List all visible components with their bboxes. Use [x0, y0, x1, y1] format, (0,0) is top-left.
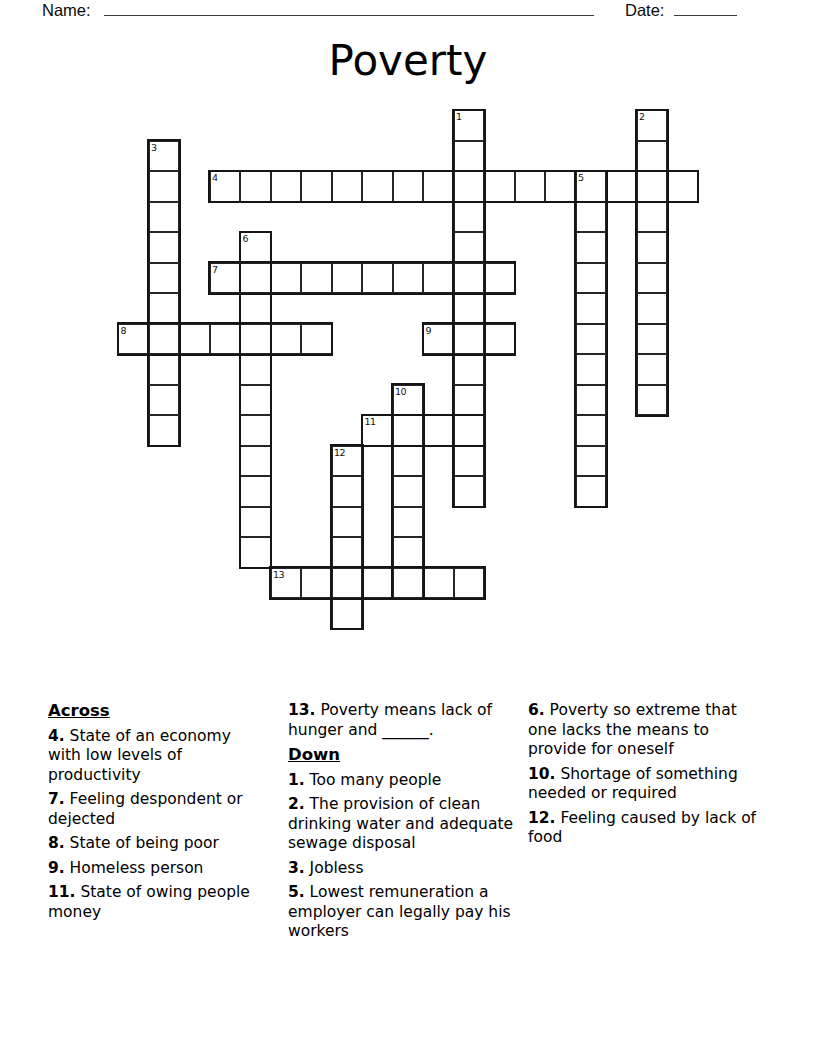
grid-cell[interactable] [240, 324, 271, 355]
grid-cell[interactable] [332, 171, 363, 202]
grid-cell[interactable] [393, 263, 424, 294]
grid-cell[interactable] [271, 324, 302, 355]
grid-cell[interactable] [576, 324, 607, 355]
grid-cell[interactable] [240, 293, 271, 324]
clue-7: 7. Feeling despondent or dejected [48, 790, 266, 829]
grid-cell[interactable] [576, 354, 607, 385]
grid-cell[interactable] [332, 568, 363, 599]
clue-number: 13. [288, 701, 315, 719]
cell-clue-number: 4 [212, 172, 218, 183]
clue-number: 5. [288, 883, 305, 901]
name-input-line[interactable] [104, 0, 594, 16]
grid-cell[interactable] [240, 385, 271, 416]
grid-cell[interactable] [149, 415, 180, 446]
grid-cell[interactable] [576, 263, 607, 294]
grid-cell[interactable]: 10 [393, 385, 424, 416]
clue-11: 11. State of owing people money [48, 883, 266, 922]
date-input-line[interactable] [674, 0, 737, 16]
grid-cell[interactable] [576, 446, 607, 477]
cell-clue-number: 6 [243, 233, 249, 244]
grid-cell[interactable] [362, 568, 393, 599]
grid-cell[interactable] [332, 507, 363, 538]
cell-clue-number: 3 [151, 142, 157, 153]
grid-cell[interactable] [423, 568, 454, 599]
clue-9: 9. Homeless person [48, 859, 266, 879]
grid-cell[interactable] [332, 598, 363, 629]
grid-cell[interactable] [240, 171, 271, 202]
date-label: Date: [625, 1, 664, 20]
grid-cell[interactable] [667, 171, 698, 202]
clue-number: 4. [48, 727, 65, 745]
grid-cell[interactable] [179, 324, 210, 355]
grid-cell[interactable] [393, 446, 424, 477]
down-heading: Down [288, 745, 524, 765]
grid-cell[interactable] [545, 171, 576, 202]
grid-cell[interactable]: 6 [240, 232, 271, 263]
clue-number: 6. [528, 701, 545, 719]
grid-cell[interactable] [240, 446, 271, 477]
grid-cell[interactable] [637, 202, 668, 233]
clue-1: 1. Too many people [288, 771, 524, 791]
cell-clue-number: 12 [334, 447, 345, 458]
clue-number: 3. [288, 859, 305, 877]
grid-cell[interactable] [454, 476, 485, 507]
worksheet-page: Name: Date: Poverty 12345678910111213 Ac… [0, 0, 816, 1056]
cell-clue-number: 13 [273, 569, 284, 580]
grid-cell[interactable] [362, 263, 393, 294]
clue-6: 6. Poverty so extreme that one lacks the… [528, 701, 760, 760]
grid-cell[interactable] [637, 141, 668, 172]
grid-cell[interactable] [149, 385, 180, 416]
grid-cell[interactable] [454, 324, 485, 355]
grid-cell[interactable]: 5 [576, 171, 607, 202]
cell-clue-number: 10 [395, 386, 406, 397]
clue-5: 5. Lowest remuneration a employer can le… [288, 883, 524, 942]
grid-cell[interactable] [454, 568, 485, 599]
grid-cell[interactable] [423, 415, 454, 446]
grid-cell[interactable] [454, 263, 485, 294]
grid-cell[interactable]: 1 [454, 110, 485, 141]
grid-cell[interactable] [454, 385, 485, 416]
grid-cell[interactable]: 8 [118, 324, 149, 355]
cell-clue-number: 8 [121, 325, 127, 336]
clue-number: 8. [48, 834, 65, 852]
grid-cell[interactable]: 9 [423, 324, 454, 355]
grid-cell[interactable] [332, 476, 363, 507]
grid-cell[interactable] [240, 354, 271, 385]
clue-number: 1. [288, 771, 305, 789]
grid-cell[interactable] [637, 171, 668, 202]
clue-number: 12. [528, 809, 555, 827]
grid-cell[interactable] [454, 202, 485, 233]
grid-cell[interactable] [484, 263, 515, 294]
grid-cell[interactable] [454, 446, 485, 477]
cell-clue-number: 9 [426, 325, 432, 336]
grid-cell[interactable] [637, 263, 668, 294]
clue-number: 7. [48, 790, 65, 808]
across-heading: Across [48, 701, 266, 721]
grid-cell[interactable] [576, 476, 607, 507]
grid-cell[interactable] [149, 354, 180, 385]
crossword-grid: 12345678910111213 [118, 110, 698, 629]
grid-cell[interactable] [332, 263, 363, 294]
clue-4: 4. State of an economy with low levels o… [48, 727, 266, 786]
cell-clue-number: 7 [212, 264, 218, 275]
grid-cell[interactable] [606, 171, 637, 202]
grid-cell[interactable] [515, 171, 546, 202]
grid-cell[interactable] [637, 324, 668, 355]
grid-cell[interactable] [393, 537, 424, 568]
clue-column-3: 6. Poverty so extreme that one lacks the… [528, 701, 760, 853]
grid-cell[interactable] [393, 415, 424, 446]
grid-cell[interactable] [362, 171, 393, 202]
clue-12: 12. Feeling caused by lack of food [528, 809, 760, 848]
grid-cell[interactable] [240, 415, 271, 446]
grid-cell[interactable] [301, 263, 332, 294]
grid-cell[interactable] [454, 232, 485, 263]
grid-cell[interactable]: 11 [362, 415, 393, 446]
clue-column-2: 13. Poverty means lack of hunger and ___… [288, 701, 524, 947]
grid-cell[interactable] [393, 507, 424, 538]
grid-cell[interactable] [393, 171, 424, 202]
grid-cell[interactable] [576, 232, 607, 263]
page-title: Poverty [0, 36, 816, 86]
grid-cell[interactable]: 12 [332, 446, 363, 477]
grid-cell[interactable] [637, 232, 668, 263]
clue-10: 10. Shortage of something needed or requ… [528, 765, 760, 804]
clue-number: 11. [48, 883, 75, 901]
grid-cell[interactable]: 3 [149, 141, 180, 172]
grid-cell[interactable] [149, 263, 180, 294]
clue-number: 2. [288, 795, 305, 813]
grid-cell[interactable] [576, 415, 607, 446]
grid-cell[interactable] [301, 568, 332, 599]
grid-cell[interactable] [454, 293, 485, 324]
grid-cell[interactable]: 13 [271, 568, 302, 599]
grid-cell[interactable] [210, 324, 241, 355]
grid-cell[interactable] [149, 171, 180, 202]
grid-cell[interactable] [149, 232, 180, 263]
grid-cell[interactable] [301, 324, 332, 355]
grid-cell[interactable] [271, 171, 302, 202]
clue-13: 13. Poverty means lack of hunger and ___… [288, 701, 524, 740]
grid-cell[interactable]: 4 [210, 171, 241, 202]
grid-cell[interactable] [484, 171, 515, 202]
grid-cell[interactable] [637, 354, 668, 385]
grid-cell[interactable] [149, 324, 180, 355]
cell-clue-number: 2 [639, 111, 645, 122]
grid-cell[interactable] [393, 568, 424, 599]
grid-cell[interactable] [240, 476, 271, 507]
grid-cell[interactable]: 2 [637, 110, 668, 141]
grid-cell[interactable] [576, 202, 607, 233]
grid-cell[interactable] [484, 324, 515, 355]
clue-8: 8. State of being poor [48, 834, 266, 854]
grid-cell[interactable] [454, 354, 485, 385]
cell-clue-number: 5 [578, 172, 584, 183]
name-label: Name: [42, 1, 91, 20]
cell-clue-number: 11 [365, 416, 376, 427]
grid-cell[interactable] [454, 141, 485, 172]
clue-number: 10. [528, 765, 555, 783]
grid-cell[interactable] [332, 537, 363, 568]
grid-cell[interactable] [454, 171, 485, 202]
grid-cell[interactable] [240, 507, 271, 538]
clue-number: 9. [48, 859, 65, 877]
clue-2: 2. The provision of clean drinking water… [288, 795, 524, 854]
grid-cell[interactable] [240, 263, 271, 294]
clue-3: 3. Jobless [288, 859, 524, 879]
grid-cell[interactable] [423, 263, 454, 294]
grid-cell[interactable] [149, 202, 180, 233]
grid-cell[interactable] [423, 171, 454, 202]
grid-cell[interactable] [637, 385, 668, 416]
clue-column-1: Across4. State of an economy with low le… [48, 701, 266, 927]
grid-cell[interactable] [576, 385, 607, 416]
grid-cell[interactable] [301, 171, 332, 202]
cell-clue-number: 1 [456, 111, 462, 122]
grid-cell[interactable] [637, 293, 668, 324]
grid-cell[interactable] [576, 293, 607, 324]
grid-cell[interactable]: 7 [210, 263, 241, 294]
grid-cell[interactable] [271, 263, 302, 294]
grid-cell[interactable] [393, 476, 424, 507]
grid-cell[interactable] [240, 537, 271, 568]
grid-cell[interactable] [454, 415, 485, 446]
grid-cell[interactable] [149, 293, 180, 324]
